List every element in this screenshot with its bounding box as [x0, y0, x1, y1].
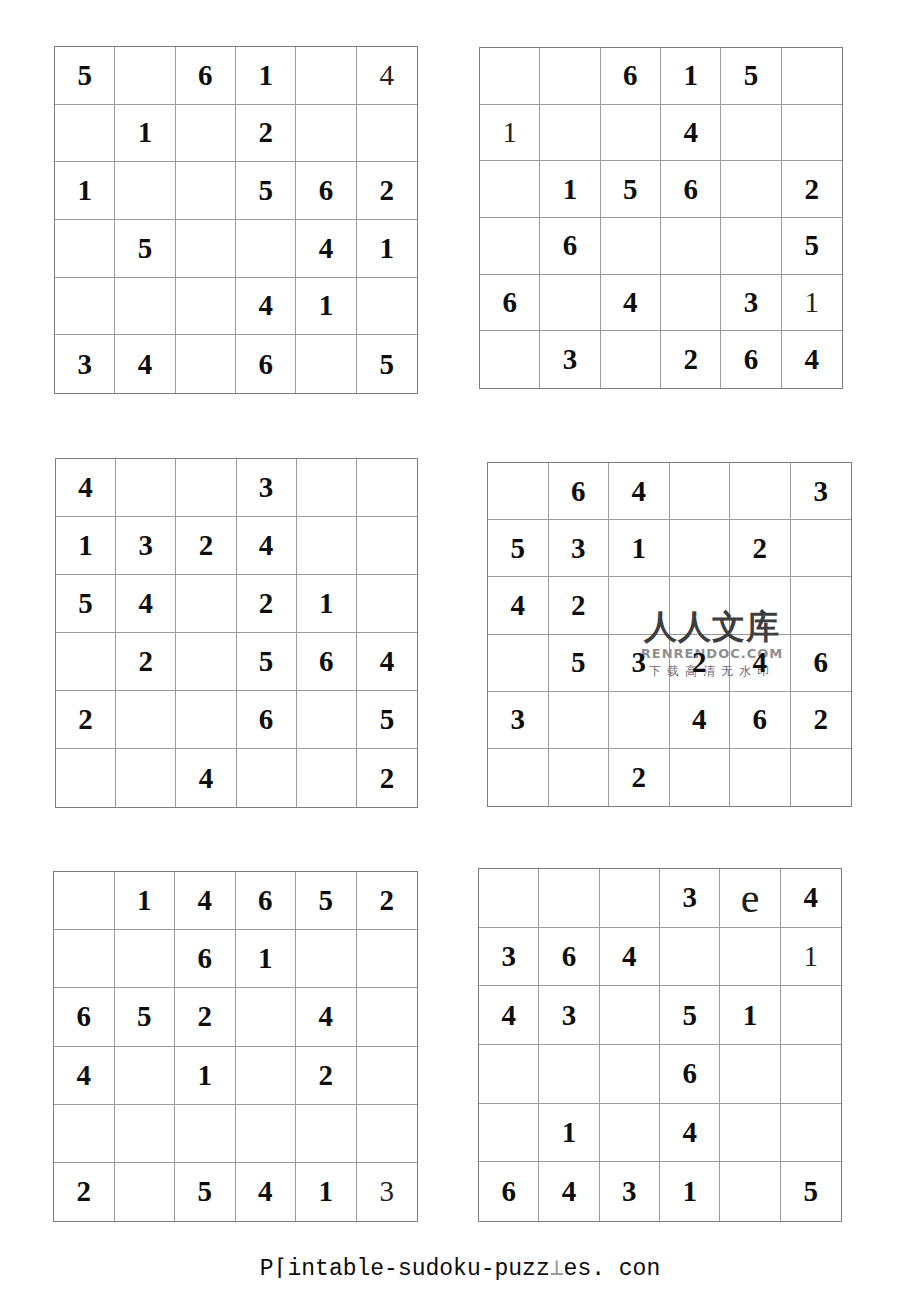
- cell-digit: 1: [319, 291, 334, 320]
- puzzle-5-cell-r1c3: 4: [175, 872, 236, 930]
- puzzle-2-cell-r5c6: 1: [782, 275, 842, 332]
- puzzle-5-cell-r5c2: [115, 1105, 176, 1163]
- cell-digit: 2: [683, 345, 698, 374]
- cell-digit: 6: [77, 1002, 92, 1031]
- cell-digit: 1: [319, 589, 334, 618]
- cell-digit: 5: [138, 234, 153, 263]
- footer-url-part: P: [260, 1256, 274, 1282]
- puzzle-4-cell-r4c5: 4: [730, 635, 791, 692]
- puzzle-1-cell-r2c2: 1: [115, 105, 175, 163]
- puzzle-3-cell-r5c2: [116, 691, 176, 749]
- puzzle-1-cell-r5c6: [357, 278, 417, 336]
- puzzle-6-cell-r6c6: 5: [781, 1162, 841, 1221]
- puzzle-2-cell-r5c5: 3: [721, 275, 781, 332]
- puzzle-3-cell-r5c1: 2: [56, 691, 116, 749]
- cell-digit: 1: [258, 944, 273, 973]
- puzzle-5-cell-r1c2: 1: [115, 872, 176, 930]
- puzzle-6-cell-r2c6: 1: [781, 928, 841, 987]
- puzzle-6-cell-r4c2: [539, 1045, 599, 1104]
- puzzle-4-cell-r6c2: [549, 749, 610, 806]
- puzzle-4-cell-r1c2: 6: [549, 463, 610, 520]
- cell-digit: 5: [380, 705, 395, 734]
- puzzle-3-cell-r4c2: 2: [116, 633, 176, 691]
- puzzle-5-cell-r1c5: 5: [296, 872, 357, 930]
- puzzle-5-cell-r6c3: 5: [175, 1163, 236, 1221]
- puzzle-1-cell-r2c5: [296, 105, 356, 163]
- cell-digit: 6: [319, 176, 334, 205]
- puzzle-4-cell-r5c4: 4: [670, 692, 731, 749]
- puzzle-3-cell-r5c4: 6: [237, 691, 297, 749]
- puzzle-2-cell-r3c3: 5: [601, 161, 661, 218]
- puzzle-6-cell-r1c1: [479, 869, 539, 928]
- cell-digit: 5: [805, 231, 820, 260]
- cell-digit: 3: [511, 705, 526, 734]
- puzzle-6-cell-r4c4: 6: [660, 1045, 720, 1104]
- puzzle-2-cell-r4c4: [661, 218, 721, 275]
- puzzle-5-cell-r3c6: [357, 988, 418, 1046]
- cell-digit: 3: [501, 942, 516, 971]
- puzzle-5-cell-r4c2: [115, 1047, 176, 1105]
- puzzle-2-cell-r5c1: 6: [480, 275, 540, 332]
- puzzle-4-cell-r6c4: [670, 749, 731, 806]
- cell-digit: 3: [77, 350, 92, 379]
- puzzle-4-cell-r3c3: [609, 577, 670, 634]
- puzzle-5-cell-r2c3: 6: [175, 930, 236, 988]
- cell-digit: 2: [814, 705, 829, 734]
- puzzle-6-cell-r3c1: 4: [479, 986, 539, 1045]
- cell-digit: 4: [683, 118, 698, 147]
- puzzle-4-cell-r6c6: [791, 749, 852, 806]
- cell-digit: 5: [78, 589, 93, 618]
- cell-digit: 6: [501, 1177, 516, 1206]
- puzzle-5-cell-r4c6: [357, 1047, 418, 1105]
- puzzle-3-cell-r2c6: [357, 517, 417, 575]
- puzzle-2-cell-r6c2: 3: [540, 331, 600, 388]
- puzzle-1-cell-r4c4: [236, 220, 296, 278]
- cell-digit: 3: [814, 477, 829, 506]
- footer-url-part: ⌈: [274, 1256, 288, 1282]
- cell-digit: 4: [511, 591, 526, 620]
- cell-digit: 6: [683, 175, 698, 204]
- cell-digit: 5: [198, 1177, 213, 1206]
- puzzle-5-cell-r3c1: 6: [54, 988, 115, 1046]
- puzzle-3-cell-r6c6: 2: [357, 749, 417, 807]
- puzzle-5-cell-r5c4: [236, 1105, 297, 1163]
- puzzle-6-cell-r3c3: [600, 986, 660, 1045]
- cell-digit: 4: [258, 291, 273, 320]
- cell-digit: 2: [571, 591, 586, 620]
- puzzle-5-cell-r2c6: [357, 930, 418, 988]
- cell-digit: 4: [380, 647, 395, 676]
- cell-digit: 3: [682, 883, 697, 912]
- puzzle-3-cell-r2c5: [297, 517, 357, 575]
- cell-digit: 4: [258, 1177, 273, 1206]
- puzzle-2-cell-r5c4: [661, 275, 721, 332]
- cell-digit: 4: [623, 288, 638, 317]
- cell-digit: 5: [258, 176, 273, 205]
- cell-digit: 4: [78, 473, 93, 502]
- puzzle-3-cell-r5c3: [176, 691, 236, 749]
- sudoku-board-3: 4313245421256426542: [55, 458, 418, 808]
- cell-digit: 5: [319, 886, 334, 915]
- puzzle-3-cell-r6c1: [56, 749, 116, 807]
- puzzle-2-cell-r3c2: 1: [540, 161, 600, 218]
- footer-url: P⌈intable-sudoku-puzz⊥es. con: [0, 1254, 920, 1282]
- cell-digit: 2: [77, 1177, 92, 1206]
- puzzle-2-cell-r2c4: 4: [661, 105, 721, 162]
- cell-digit: 6: [502, 288, 517, 317]
- puzzle-5-cell-r5c3: [175, 1105, 236, 1163]
- cell-digit: 4: [259, 531, 274, 560]
- puzzle-4-cell-r2c1: 5: [488, 520, 549, 577]
- puzzle-5-cell-r3c5: 4: [296, 988, 357, 1046]
- puzzle-1-cell-r2c1: [55, 105, 115, 163]
- puzzle-4-cell-r6c3: 2: [609, 749, 670, 806]
- puzzle-4-cell-r5c2: [549, 692, 610, 749]
- puzzle-2-cell-r6c4: 2: [661, 331, 721, 388]
- cell-digit: 3: [380, 1177, 395, 1206]
- sudoku-board-1: 5614121562541413465: [54, 46, 418, 394]
- cell-digit: 4: [319, 234, 334, 263]
- puzzle-2-cell-r2c6: [782, 105, 842, 162]
- puzzle-6-cell-r1c2: [539, 869, 599, 928]
- cell-digit: 4: [138, 350, 153, 379]
- sudoku-board-4: 6435312425324634622: [487, 462, 852, 807]
- puzzle-2-cell-r1c5: 5: [721, 48, 781, 105]
- cell-digit: 3: [622, 1177, 637, 1206]
- puzzle-1-cell-r2c3: [176, 105, 236, 163]
- puzzle-2-cell-r3c1: [480, 161, 540, 218]
- cell-digit: 6: [319, 647, 334, 676]
- puzzle-1-cell-r3c3: [176, 162, 236, 220]
- cell-digit: 6: [258, 350, 273, 379]
- cell-digit: 1: [743, 1001, 758, 1030]
- puzzle-3-cell-r3c5: 1: [297, 575, 357, 633]
- puzzle-2-cell-r2c3: [601, 105, 661, 162]
- puzzle-3-cell-r4c4: 5: [237, 633, 297, 691]
- puzzle-6-cell-r5c6: [781, 1104, 841, 1163]
- puzzle-2-cell-r5c3: 4: [601, 275, 661, 332]
- puzzle-2-cell-r6c3: [601, 331, 661, 388]
- cell-digit: 5: [511, 534, 526, 563]
- puzzle-2-cell-r4c6: 5: [782, 218, 842, 275]
- puzzle-3-cell-r5c5: [297, 691, 357, 749]
- puzzle-2-cell-r1c1: [480, 48, 540, 105]
- puzzle-3-cell-r6c2: [116, 749, 176, 807]
- puzzle-1-cell-r1c5: [296, 47, 356, 105]
- puzzle-1-cell-r3c2: [115, 162, 175, 220]
- cell-digit: 2: [319, 1061, 334, 1090]
- cell-digit: 1: [319, 1177, 334, 1206]
- puzzle-6-cell-r2c3: 4: [600, 928, 660, 987]
- puzzle-3-cell-r1c3: [176, 459, 236, 517]
- puzzle-1-cell-r5c3: [176, 278, 236, 336]
- puzzle-5-cell-r2c1: [54, 930, 115, 988]
- cell-digit: 5: [744, 61, 759, 90]
- cell-digit: 1: [805, 288, 820, 317]
- puzzle-3-cell-r4c1: [56, 633, 116, 691]
- puzzle-3-cell-r1c1: 4: [56, 459, 116, 517]
- puzzle-6-cell-r3c5: 1: [720, 986, 780, 1045]
- puzzle-4-cell-r4c4: 2: [670, 635, 731, 692]
- cell-digit: 2: [258, 118, 273, 147]
- puzzle-4-cell-r3c1: 4: [488, 577, 549, 634]
- cell-digit: 2: [380, 886, 395, 915]
- cell-digit: 3: [571, 534, 586, 563]
- cell-digit: 4: [753, 648, 768, 677]
- puzzle-1-cell-r6c5: [296, 335, 356, 393]
- puzzle-6-cell-r1c5: e: [720, 869, 780, 928]
- cell-digit: 1: [78, 531, 93, 560]
- puzzle-5-cell-r2c5: [296, 930, 357, 988]
- puzzle-4-cell-r5c1: 3: [488, 692, 549, 749]
- puzzle-4-cell-r3c6: [791, 577, 852, 634]
- cell-digit: 4: [805, 345, 820, 374]
- cell-digit: 6: [259, 705, 274, 734]
- puzzle-2-cell-r4c3: [601, 218, 661, 275]
- cell-digit: 5: [571, 648, 586, 677]
- cell-digit: 6: [562, 942, 577, 971]
- puzzle-4-cell-r2c3: 1: [609, 520, 670, 577]
- puzzle-5-cell-r5c5: [296, 1105, 357, 1163]
- cell-digit: 4: [319, 1002, 334, 1031]
- puzzle-5-cell-r1c6: 2: [357, 872, 418, 930]
- puzzle-4-cell-r1c3: 4: [609, 463, 670, 520]
- cell-digit: 6: [258, 886, 273, 915]
- cell-digit: 5: [682, 1001, 697, 1030]
- puzzle-3-cell-r3c6: [357, 575, 417, 633]
- cell-digit: 6: [753, 705, 768, 734]
- puzzle-6-cell-r6c4: 1: [660, 1162, 720, 1221]
- puzzle-6-cell-r2c1: 3: [479, 928, 539, 987]
- puzzle-3-cell-r2c1: 1: [56, 517, 116, 575]
- cell-digit: 2: [632, 763, 647, 792]
- puzzle-4-cell-r5c3: [609, 692, 670, 749]
- cell-digit: 5: [380, 350, 395, 379]
- cell-digit: 1: [258, 61, 273, 90]
- footer-url-part: ⊥: [550, 1256, 564, 1282]
- puzzle-1-cell-r6c2: 4: [115, 335, 175, 393]
- puzzle-1-cell-r4c3: [176, 220, 236, 278]
- puzzle-1-cell-r4c1: [55, 220, 115, 278]
- puzzle-1-cell-r3c4: 5: [236, 162, 296, 220]
- puzzle-1-cell-r5c4: 4: [236, 278, 296, 336]
- cell-digit: 4: [380, 61, 395, 90]
- cell-digit: 6: [623, 61, 638, 90]
- puzzle-4-cell-r2c4: [670, 520, 731, 577]
- puzzle-4-cell-r4c1: [488, 635, 549, 692]
- puzzle-6-cell-r4c3: [600, 1045, 660, 1104]
- puzzle-2-cell-r5c2: [540, 275, 600, 332]
- puzzle-5-cell-r6c6: 3: [357, 1163, 418, 1221]
- puzzle-1-cell-r1c1: 5: [55, 47, 115, 105]
- footer-url-part: es. con: [564, 1256, 661, 1282]
- cell-digit: 2: [198, 1002, 213, 1031]
- cell-digit: 1: [138, 118, 153, 147]
- puzzle-6-cell-r1c4: 3: [660, 869, 720, 928]
- puzzle-5-cell-r3c3: 2: [175, 988, 236, 1046]
- puzzle-4-cell-r1c5: [730, 463, 791, 520]
- puzzle-6-cell-r2c4: [660, 928, 720, 987]
- puzzle-3-cell-r4c6: 4: [357, 633, 417, 691]
- puzzle-6-cell-r5c4: 4: [660, 1104, 720, 1163]
- puzzle-6-cell-r6c2: 4: [539, 1162, 599, 1221]
- puzzle-1-cell-r2c4: 2: [236, 105, 296, 163]
- puzzle-4-cell-r1c6: 3: [791, 463, 852, 520]
- puzzle-3-cell-r1c2: [116, 459, 176, 517]
- cell-digit: 5: [623, 175, 638, 204]
- puzzle-1-cell-r6c1: 3: [55, 335, 115, 393]
- cell-digit: 4: [632, 477, 647, 506]
- footer-url-part: intable-sudoku-puzz: [287, 1256, 549, 1282]
- puzzle-4-cell-r5c5: 6: [730, 692, 791, 749]
- cell-digit: 1: [77, 176, 92, 205]
- puzzle-6-cell-r2c5: [720, 928, 780, 987]
- cell-digit: 3: [632, 648, 647, 677]
- cell-digit: 3: [562, 1001, 577, 1030]
- puzzle-4-cell-r3c4: [670, 577, 731, 634]
- puzzle-3-cell-r3c2: 4: [116, 575, 176, 633]
- cell-digit: 2: [380, 764, 395, 793]
- puzzle-5-cell-r2c2: [115, 930, 176, 988]
- puzzle-5-cell-r1c1: [54, 872, 115, 930]
- printable-sudoku-sheet: 5614121562541413465 6151415626564313264 …: [0, 0, 920, 1301]
- puzzle-3-cell-r3c3: [176, 575, 236, 633]
- puzzle-6-cell-r3c4: 5: [660, 986, 720, 1045]
- puzzle-4-cell-r6c1: [488, 749, 549, 806]
- cell-digit: 4: [562, 1177, 577, 1206]
- cell-digit: 4: [199, 764, 214, 793]
- puzzle-6-cell-r1c6: 4: [781, 869, 841, 928]
- puzzle-1-cell-r1c2: [115, 47, 175, 105]
- puzzle-3-cell-r1c5: [297, 459, 357, 517]
- cell-digit: 2: [138, 647, 153, 676]
- puzzle-3-cell-r3c1: 5: [56, 575, 116, 633]
- puzzle-1-cell-r4c2: 5: [115, 220, 175, 278]
- puzzle-6-cell-r6c3: 3: [600, 1162, 660, 1221]
- puzzle-2-cell-r2c5: [721, 105, 781, 162]
- puzzle-2-cell-r2c1: 1: [480, 105, 540, 162]
- puzzle-1-cell-r2c6: [357, 105, 417, 163]
- puzzle-3-cell-r4c3: [176, 633, 236, 691]
- cell-digit: 2: [78, 705, 93, 734]
- puzzle-4-cell-r2c2: 3: [549, 520, 610, 577]
- cell-digit: 2: [259, 589, 274, 618]
- cell-digit: 6: [563, 231, 578, 260]
- cell-digit: 6: [744, 345, 759, 374]
- cell-digit: 4: [198, 886, 213, 915]
- puzzle-2-cell-r3c5: [721, 161, 781, 218]
- puzzle-1-cell-r5c2: [115, 278, 175, 336]
- puzzle-4-cell-r3c5: [730, 577, 791, 634]
- cell-digit: 4: [622, 942, 637, 971]
- cell-digit: 1: [198, 1061, 213, 1090]
- puzzle-3-cell-r3c4: 2: [237, 575, 297, 633]
- puzzle-6-cell-r2c2: 6: [539, 928, 599, 987]
- puzzle-6-cell-r5c1: [479, 1104, 539, 1163]
- puzzle-2-cell-r1c4: 1: [661, 48, 721, 105]
- puzzle-6-cell-r4c1: [479, 1045, 539, 1104]
- puzzle-5-cell-r6c2: [115, 1163, 176, 1221]
- puzzle-3-cell-r1c6: [357, 459, 417, 517]
- puzzle-2-cell-r6c5: 6: [721, 331, 781, 388]
- puzzle-4-cell-r2c6: [791, 520, 852, 577]
- puzzle-3-cell-r6c4: [237, 749, 297, 807]
- cell-digit: 5: [137, 1002, 152, 1031]
- cell-digit: 1: [804, 942, 819, 971]
- puzzle-4-cell-r3c2: 2: [549, 577, 610, 634]
- puzzle-4-cell-r4c2: 5: [549, 635, 610, 692]
- sudoku-board-5: 1465261652441225413: [53, 871, 418, 1222]
- puzzle-6-cell-r5c3: [600, 1104, 660, 1163]
- puzzle-1-cell-r5c1: [55, 278, 115, 336]
- puzzle-5-cell-r4c3: 1: [175, 1047, 236, 1105]
- puzzle-5-cell-r5c6: [357, 1105, 418, 1163]
- cell-digit: 3: [563, 345, 578, 374]
- cell-digit: 6: [198, 61, 213, 90]
- puzzle-4-cell-r1c1: [488, 463, 549, 520]
- puzzle-6-cell-r6c1: 6: [479, 1162, 539, 1221]
- puzzle-3-cell-r4c5: 6: [297, 633, 357, 691]
- puzzle-3-cell-r5c6: 5: [357, 691, 417, 749]
- puzzle-3-cell-r2c3: 2: [176, 517, 236, 575]
- cell-digit: 6: [571, 477, 586, 506]
- cell-digit: 1: [380, 234, 395, 263]
- cell-digit: 1: [682, 1177, 697, 1206]
- puzzle-6-cell-r4c6: [781, 1045, 841, 1104]
- puzzle-6-cell-r5c2: 1: [539, 1104, 599, 1163]
- puzzle-5-cell-r4c5: 2: [296, 1047, 357, 1105]
- puzzle-2-cell-r6c6: 4: [782, 331, 842, 388]
- cell-digit: 2: [199, 531, 214, 560]
- cell-digit: 5: [77, 61, 92, 90]
- cell-digit: 1: [683, 61, 698, 90]
- puzzle-5-cell-r5c1: [54, 1105, 115, 1163]
- puzzle-2-cell-r1c6: [782, 48, 842, 105]
- puzzle-1-cell-r3c1: 1: [55, 162, 115, 220]
- puzzle-2-cell-r1c3: 6: [601, 48, 661, 105]
- puzzle-3-cell-r6c5: [297, 749, 357, 807]
- puzzle-5-cell-r2c4: 1: [236, 930, 297, 988]
- cell-digit: 4: [682, 1118, 697, 1147]
- cell-digit: 5: [804, 1177, 819, 1206]
- sudoku-board-2: 6151415626564313264: [479, 47, 843, 389]
- cell-digit: 1: [502, 118, 517, 147]
- puzzle-4-cell-r4c3: 3: [609, 635, 670, 692]
- puzzle-1-cell-r5c5: 1: [296, 278, 356, 336]
- puzzle-1-cell-r3c5: 6: [296, 162, 356, 220]
- puzzle-5-cell-r6c1: 2: [54, 1163, 115, 1221]
- puzzle-1-cell-r1c6: 4: [357, 47, 417, 105]
- cell-digit: 1: [137, 886, 152, 915]
- cell-digit: 3: [259, 473, 274, 502]
- puzzle-5-cell-r4c1: 4: [54, 1047, 115, 1105]
- puzzle-1-cell-r4c5: 4: [296, 220, 356, 278]
- puzzle-5-cell-r3c4: [236, 988, 297, 1046]
- puzzle-1-cell-r1c3: 6: [176, 47, 236, 105]
- puzzle-6-cell-r1c3: [600, 869, 660, 928]
- cell-digit: 4: [804, 883, 819, 912]
- puzzle-1-cell-r1c4: 1: [236, 47, 296, 105]
- puzzle-4-cell-r6c5: [730, 749, 791, 806]
- cell-digit: 3: [744, 288, 759, 317]
- puzzle-6-cell-r3c2: 3: [539, 986, 599, 1045]
- cell-digit: 6: [682, 1059, 697, 1088]
- sudoku-board-6: 3e43641435161464315: [478, 868, 842, 1222]
- puzzle-1-cell-r4c6: 1: [357, 220, 417, 278]
- puzzle-5-cell-r1c4: 6: [236, 872, 297, 930]
- puzzle-5-cell-r6c5: 1: [296, 1163, 357, 1221]
